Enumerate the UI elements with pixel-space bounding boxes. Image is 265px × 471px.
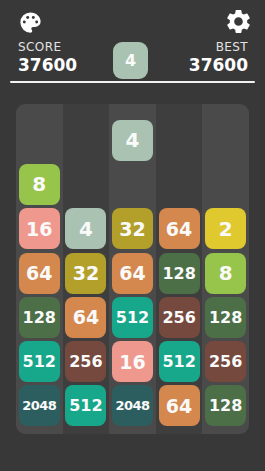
tile-cell: 16	[16, 207, 63, 251]
tile-cell: 4	[63, 207, 110, 251]
tile-64: 64	[65, 297, 106, 338]
empty-cell	[156, 162, 203, 206]
palette-icon-svg	[17, 9, 44, 36]
tile-32: 32	[112, 208, 153, 249]
tile-cell: 2048	[109, 384, 156, 428]
tile-2048: 2048	[112, 385, 153, 426]
tile-cell: 32	[63, 251, 110, 295]
palette-icon[interactable]	[17, 9, 44, 36]
board-grid: 4816432642643264128812864512256128512256…	[16, 118, 249, 428]
tile-128: 128	[205, 385, 246, 426]
best-label: BEST	[189, 40, 248, 54]
tile-4: 4	[65, 208, 106, 249]
tile-cell: 128	[156, 251, 203, 295]
tile-cell: 8	[16, 162, 63, 206]
tile-256: 256	[65, 341, 106, 382]
tile-2048: 2048	[19, 385, 60, 426]
tile-cell: 64	[156, 207, 203, 251]
tile-64: 64	[159, 385, 200, 426]
tile-128: 128	[19, 297, 60, 338]
score-panel: SCORE 37600	[18, 40, 77, 75]
tile-cell: 16	[109, 339, 156, 383]
tile-cell: 8	[202, 251, 249, 295]
empty-cell	[63, 118, 110, 162]
tile-512: 512	[112, 297, 153, 338]
empty-cell	[16, 118, 63, 162]
tile-512: 512	[19, 341, 60, 382]
tile-cell: 128	[16, 295, 63, 339]
tile-cell: 64	[16, 251, 63, 295]
empty-cell	[156, 118, 203, 162]
tile-32: 32	[65, 253, 106, 294]
best-panel: BEST 37600	[189, 40, 248, 75]
tile-64: 64	[19, 253, 60, 294]
score-value: 37600	[18, 55, 77, 75]
tile-cell: 512	[63, 384, 110, 428]
tile-cell: 512	[109, 295, 156, 339]
empty-cell	[63, 162, 110, 206]
next-tile-preview: 4	[113, 42, 148, 79]
tile-16: 16	[112, 341, 153, 382]
tile-cell: 512	[156, 339, 203, 383]
tile-512: 512	[159, 341, 200, 382]
tile-128: 128	[205, 297, 246, 338]
tile-64: 64	[112, 253, 153, 294]
gear-icon[interactable]	[224, 7, 253, 36]
empty-cell	[109, 162, 156, 206]
best-value: 37600	[189, 55, 248, 75]
empty-cell	[202, 118, 249, 162]
tile-16: 16	[19, 208, 60, 249]
tile-cell: 128	[202, 384, 249, 428]
tile-cell: 2048	[16, 384, 63, 428]
tile-512: 512	[65, 385, 106, 426]
score-label: SCORE	[18, 40, 77, 54]
tile-cell: 128	[202, 295, 249, 339]
tile-8: 8	[19, 164, 60, 205]
tile-cell: 512	[16, 339, 63, 383]
empty-cell	[202, 162, 249, 206]
tile-cell: 64	[156, 384, 203, 428]
tile-cell: 256	[156, 295, 203, 339]
tile-128: 128	[159, 253, 200, 294]
tile-cell: 64	[63, 295, 110, 339]
tile-cell: 256	[63, 339, 110, 383]
tile-cell: 2	[202, 207, 249, 251]
tile-256: 256	[205, 341, 246, 382]
tile-cell: 32	[109, 207, 156, 251]
tile-cell: 256	[202, 339, 249, 383]
header-divider	[10, 81, 255, 83]
tile-cell: 64	[109, 251, 156, 295]
tile-cell: 4	[109, 118, 156, 162]
tile-2: 2	[205, 208, 246, 249]
tile-64: 64	[159, 208, 200, 249]
tile-256: 256	[159, 297, 200, 338]
tile-4: 4	[112, 120, 153, 161]
gear-icon-svg	[224, 7, 253, 36]
tile-8: 8	[205, 253, 246, 294]
